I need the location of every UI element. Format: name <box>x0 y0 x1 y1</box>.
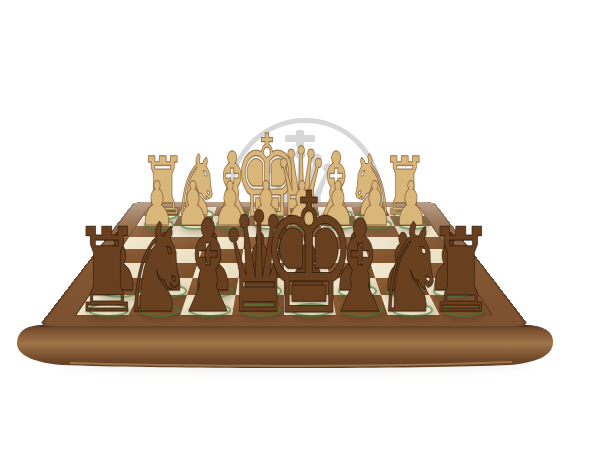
board-shadow <box>60 356 530 370</box>
chess-set-photo: ♛ ♜♞♝♚♛♝♞♜♟♟♟♟♟♟♟♟♟♟♟♟♟♟♟♟♜♞♝♛♚♝♞♜ <box>0 0 600 450</box>
